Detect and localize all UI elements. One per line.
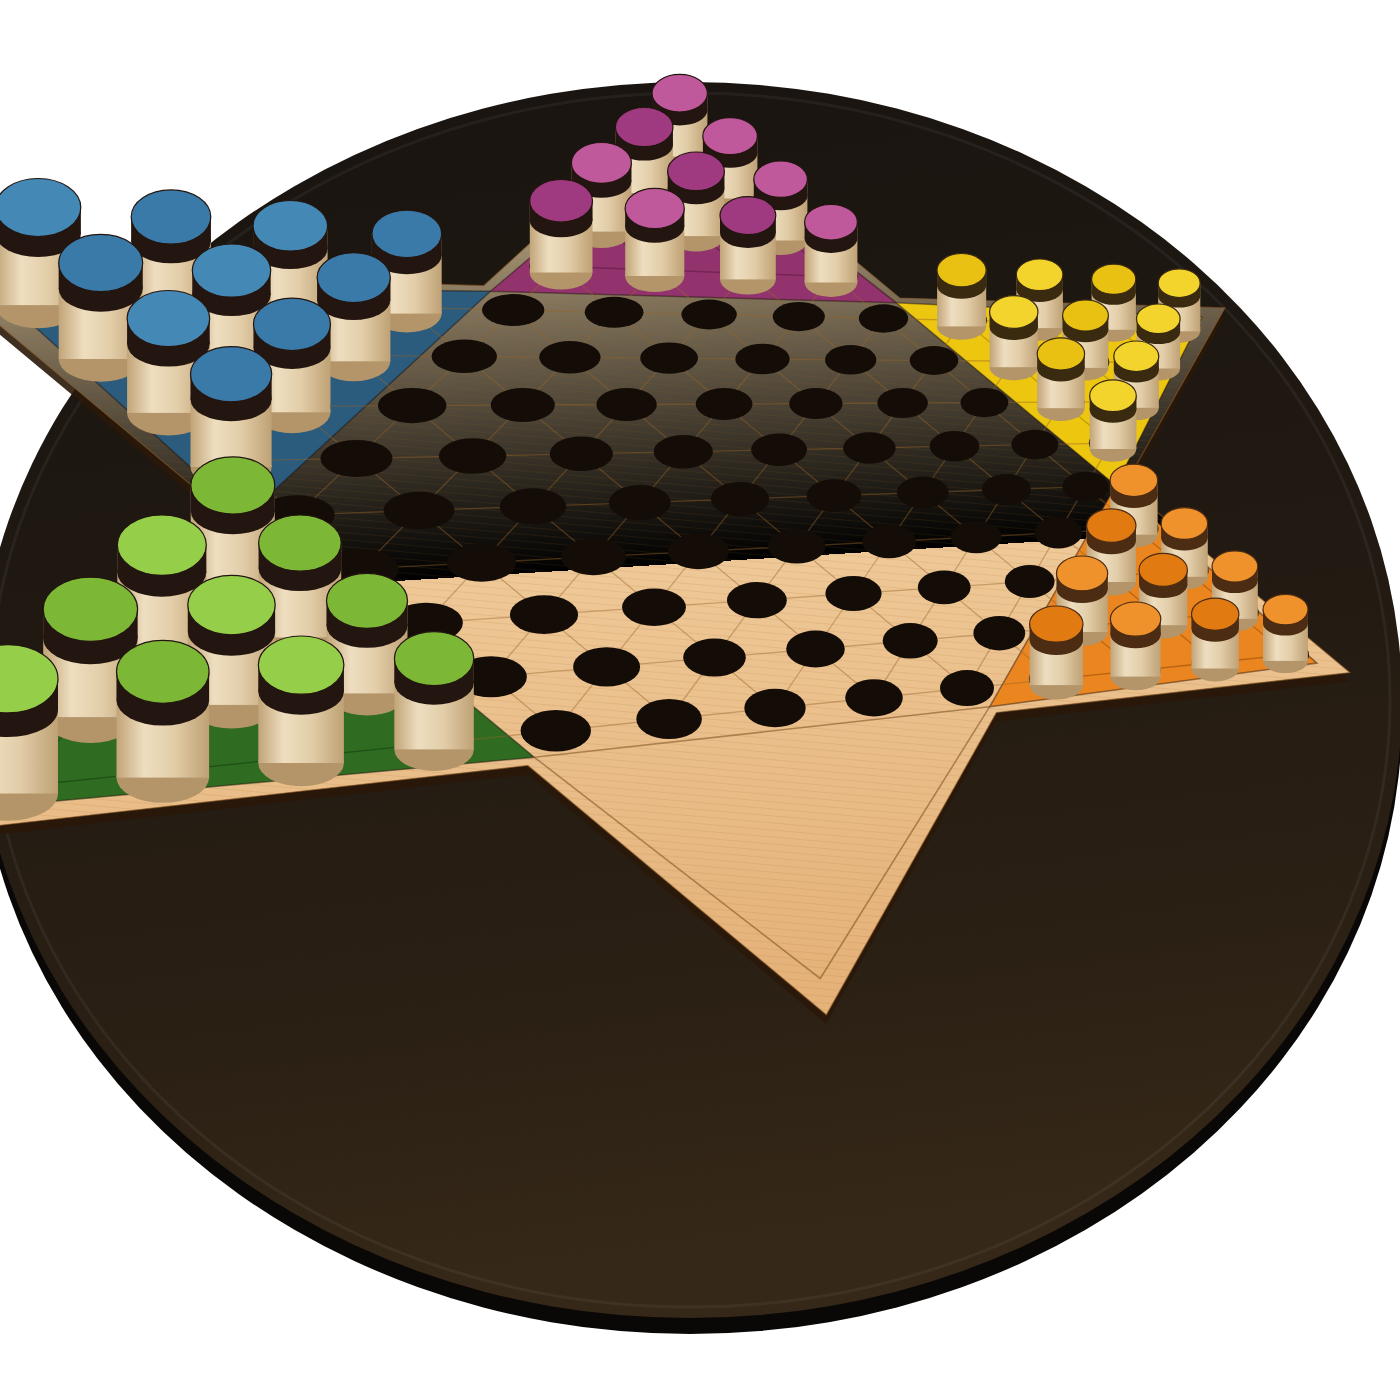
hole-r5-c3 xyxy=(432,340,497,373)
hole-r10-c7 xyxy=(918,570,971,604)
hole-r10-c6 xyxy=(825,576,881,611)
peg-orange-r12-c10[interactable] xyxy=(1110,602,1160,690)
hole-r11-c5 xyxy=(683,639,746,677)
peg-magenta-r3-c1[interactable] xyxy=(625,188,684,292)
hole-r9-c7 xyxy=(951,521,1002,553)
hole-r10-c5 xyxy=(727,582,787,618)
hole-r6-c7 xyxy=(877,388,928,418)
product-photo xyxy=(0,0,1400,1400)
hole-r7-c7 xyxy=(930,431,980,462)
hole-r11-c8 xyxy=(973,616,1025,650)
hole-r10-c3 xyxy=(510,595,578,634)
hole-r6-c4 xyxy=(596,388,656,421)
hole-r6-c6 xyxy=(789,388,842,419)
peg-green-r12-c2[interactable] xyxy=(258,636,344,786)
hole-r7-c4 xyxy=(654,435,713,468)
hole-r7-c3 xyxy=(550,437,613,472)
hole-r5-c6 xyxy=(735,344,789,375)
hole-r6-c3 xyxy=(491,388,555,422)
hole-r8-c4 xyxy=(711,482,769,516)
hole-r11-c7 xyxy=(883,623,938,658)
hole-r7-c8 xyxy=(1011,430,1058,460)
hole-r11-c6 xyxy=(786,631,845,668)
hole-r8-c7 xyxy=(982,474,1031,505)
hole-r9-c3 xyxy=(561,538,626,575)
hole-r6-c5 xyxy=(696,388,753,420)
hole-r9-c4 xyxy=(668,534,729,570)
hole-r4-c5 xyxy=(585,297,644,328)
hole-r5-c8 xyxy=(910,346,959,375)
hole-r12-c5 xyxy=(636,699,702,739)
hole-r7-c6 xyxy=(843,432,896,463)
peg-yellow-r6-c9[interactable] xyxy=(1037,338,1085,421)
hole-r7-c5 xyxy=(751,434,807,466)
peg-magenta-r3-c2[interactable] xyxy=(720,197,776,295)
hole-r12-c6 xyxy=(744,689,805,728)
chinese-checkers-board-photo xyxy=(0,0,1400,1400)
hole-r10-c8 xyxy=(1005,565,1055,598)
peg-orange-r12-c11[interactable] xyxy=(1191,598,1239,681)
hole-r4-c8 xyxy=(859,304,908,332)
hole-r6-c2 xyxy=(378,388,447,423)
hole-r9-c2 xyxy=(447,544,517,582)
hole-r9-c6 xyxy=(862,525,916,558)
hole-r8-c2 xyxy=(500,488,566,524)
hole-r4-c6 xyxy=(681,300,736,330)
hole-r9-c8 xyxy=(1034,517,1082,548)
hole-r12-c8 xyxy=(940,670,994,706)
hole-r7-c2 xyxy=(439,438,506,474)
hole-r12-c7 xyxy=(845,679,903,716)
hole-r5-c7 xyxy=(825,345,876,375)
hole-r8-c1 xyxy=(384,492,455,530)
hole-r4-c4 xyxy=(482,294,544,326)
peg-yellow-r4-c9[interactable] xyxy=(937,254,986,340)
hole-r7-c1 xyxy=(321,440,393,477)
hole-r12-c4 xyxy=(521,710,591,752)
peg-green-r12-c3[interactable] xyxy=(394,632,474,771)
hole-r4-c7 xyxy=(773,302,825,331)
hole-r8-c8 xyxy=(1062,472,1108,502)
hole-r6-c8 xyxy=(961,388,1009,417)
peg-green-r12-c0[interactable] xyxy=(0,645,58,821)
hole-r10-c4 xyxy=(622,589,686,626)
peg-orange-r12-c12[interactable] xyxy=(1263,594,1308,673)
peg-magenta-r3-c0[interactable] xyxy=(530,180,593,290)
hole-r11-c4 xyxy=(573,647,640,686)
hole-r8-c6 xyxy=(897,477,949,509)
peg-magenta-r3-c3[interactable] xyxy=(805,204,858,297)
hole-r9-c5 xyxy=(768,529,825,563)
hole-r5-c5 xyxy=(640,342,698,373)
hole-r8-c3 xyxy=(609,485,671,520)
peg-yellow-r5-c9[interactable] xyxy=(990,296,1038,381)
hole-r5-c4 xyxy=(539,341,600,373)
peg-green-r12-c1[interactable] xyxy=(117,640,210,803)
hole-r8-c5 xyxy=(807,479,862,512)
peg-orange-r12-c9[interactable] xyxy=(1030,606,1083,700)
peg-yellow-r7-c9[interactable] xyxy=(1090,380,1137,462)
